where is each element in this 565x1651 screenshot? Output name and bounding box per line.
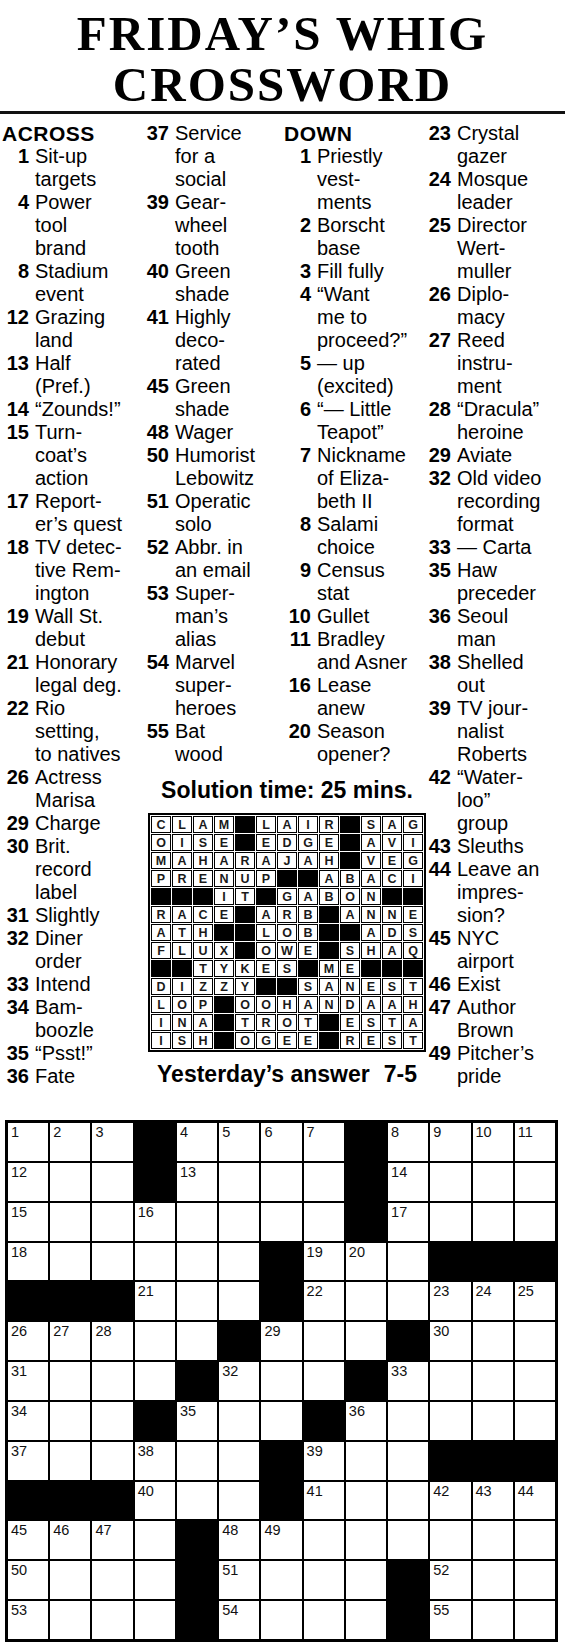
grid-cell[interactable] (345, 1441, 387, 1481)
cell-number: 26 (11, 1324, 27, 1339)
clue: 1Priestly vest- ments (284, 145, 424, 214)
clue-text: Diplo- macy (457, 283, 509, 329)
grid-cell[interactable] (134, 1600, 176, 1640)
grid-cell[interactable] (91, 1560, 133, 1600)
grid-cell[interactable] (49, 1242, 91, 1282)
clue-text: — Carta (457, 536, 531, 559)
grid-cell[interactable] (260, 1600, 302, 1640)
solution-letter-cell: E (298, 1032, 318, 1049)
grid-cell[interactable] (303, 1162, 345, 1202)
solution-letter-cell: I (403, 870, 423, 887)
grid-cell[interactable] (472, 1560, 514, 1600)
clue-number: 31 (2, 904, 35, 927)
cell-number: 30 (433, 1324, 449, 1339)
grid-cell[interactable] (472, 1321, 514, 1361)
grid-cell[interactable] (176, 1202, 218, 1242)
clue-text: Operatic solo (175, 490, 251, 536)
grid-cell[interactable] (303, 1361, 345, 1401)
grid-cell[interactable] (472, 1361, 514, 1401)
solution-letter-cell: Y (235, 978, 255, 995)
solution-letter-cell: O (340, 888, 360, 905)
grid-cell[interactable]: 17 (387, 1202, 429, 1242)
grid-cell[interactable]: 35 (176, 1401, 218, 1441)
solution-letter-cell: I (172, 834, 192, 851)
grid-cell[interactable] (514, 1560, 556, 1600)
cell-number: 55 (433, 1603, 449, 1618)
clue-text: “Dracula” heroine (457, 398, 539, 444)
page-title: FRIDAY’S WHIG CROSSWORD (0, 0, 565, 110)
grid-cell[interactable] (472, 1401, 514, 1441)
cell-number: 48 (222, 1523, 238, 1538)
grid-cell[interactable] (472, 1202, 514, 1242)
grid-cell[interactable]: 32 (218, 1361, 260, 1401)
grid-cell[interactable] (387, 1281, 429, 1321)
grid-cell[interactable] (218, 1162, 260, 1202)
grid-cell[interactable]: 14 (387, 1162, 429, 1202)
grid-cell[interactable]: 44 (514, 1481, 556, 1521)
grid-black-cell (387, 1560, 429, 1600)
grid-cell[interactable]: 11 (514, 1122, 556, 1162)
solution-letter-cell: E (214, 834, 234, 851)
clue: 28“Dracula” heroine (424, 398, 565, 444)
solution-letter-cell: O (256, 942, 276, 959)
cell-number: 37 (11, 1444, 27, 1459)
clue-text: Season opener? (317, 720, 390, 766)
clue: 13Half (Pref.) (2, 352, 140, 398)
solution-letter-cell: A (193, 1014, 213, 1031)
grid-cell[interactable] (134, 1560, 176, 1600)
cell-number: 10 (476, 1125, 492, 1140)
clue-text: Power tool brand (35, 191, 92, 260)
grid-cell[interactable] (429, 1520, 471, 1560)
solution-letter-cell: N (361, 888, 381, 905)
grid-cell[interactable] (387, 1520, 429, 1560)
solution-letter-cell: H (403, 996, 423, 1013)
grid-cell[interactable]: 8 (387, 1122, 429, 1162)
grid-cell[interactable]: 9 (429, 1122, 471, 1162)
grid-cell[interactable] (387, 1441, 429, 1481)
grid-cell[interactable] (134, 1520, 176, 1560)
solution-letter-cell: I (403, 834, 423, 851)
solution-letter-cell: V (382, 834, 402, 851)
grid-black-cell (472, 1242, 514, 1282)
clue-number: 39 (142, 191, 175, 214)
solution-black-cell (235, 816, 255, 833)
cell-number: 11 (518, 1125, 533, 1140)
clue-number: 9 (284, 559, 317, 582)
grid-cell[interactable] (514, 1401, 556, 1441)
cell-number: 16 (138, 1205, 154, 1220)
grid-cell[interactable] (134, 1321, 176, 1361)
grid-cell[interactable] (345, 1520, 387, 1560)
solution-letter-cell: I (151, 1032, 171, 1049)
grid-cell[interactable] (303, 1560, 345, 1600)
grid-cell[interactable] (472, 1162, 514, 1202)
grid-cell[interactable] (49, 1441, 91, 1481)
grid-cell[interactable]: 37 (7, 1441, 49, 1481)
grid-cell[interactable]: 25 (514, 1281, 556, 1321)
clue-text: Reed instru- ment (457, 329, 513, 398)
clue-column-across-2: 37Service for a social39Gear- wheel toot… (142, 122, 280, 766)
grid-cell[interactable]: 48 (218, 1520, 260, 1560)
clue: 4Power tool brand (2, 191, 140, 260)
grid-cell[interactable] (49, 1202, 91, 1242)
cell-number: 46 (53, 1523, 69, 1538)
solution-letter-cell: A (214, 852, 234, 869)
grid-cell[interactable] (345, 1281, 387, 1321)
cell-number: 4 (180, 1125, 188, 1140)
clue-number: 11 (284, 628, 317, 651)
grid-cell[interactable]: 28 (91, 1321, 133, 1361)
solution-letter-cell: B (298, 924, 318, 941)
grid-cell[interactable] (91, 1242, 133, 1282)
solution-letter-cell: E (214, 906, 234, 923)
clue: 39Gear- wheel tooth (142, 191, 280, 260)
grid-cell[interactable]: 47 (91, 1520, 133, 1560)
grid-cell[interactable]: 53 (7, 1600, 49, 1640)
grid-cell[interactable]: 54 (218, 1600, 260, 1640)
grid-cell[interactable] (303, 1321, 345, 1361)
solution-black-cell (256, 978, 276, 995)
grid-cell[interactable] (176, 1481, 218, 1521)
clue: 1Sit-up targets (2, 145, 140, 191)
grid-black-cell (134, 1162, 176, 1202)
grid-cell[interactable] (134, 1242, 176, 1282)
clue-number: 12 (2, 306, 35, 329)
solution-black-cell (277, 978, 297, 995)
cell-number: 39 (307, 1444, 323, 1459)
grid-cell[interactable] (260, 1361, 302, 1401)
solution-letter-cell: D (340, 996, 360, 1013)
grid-cell[interactable]: 26 (7, 1321, 49, 1361)
solution-black-cell (214, 1032, 234, 1049)
grid-cell[interactable]: 6 (260, 1122, 302, 1162)
grid-cell[interactable]: 41 (303, 1481, 345, 1521)
clue-number: 26 (424, 283, 457, 306)
grid-cell[interactable] (91, 1600, 133, 1640)
clue-text: “Want me to proceed?” (317, 283, 407, 352)
clue-column-across-1: ACROSS1Sit-up targets4Power tool brand8S… (2, 122, 140, 1088)
solution-letter-cell: B (319, 888, 339, 905)
grid-cell[interactable] (49, 1162, 91, 1202)
cell-number: 53 (11, 1603, 27, 1618)
clue-number: 10 (284, 605, 317, 628)
clue: 6“— Little Teapot” (284, 398, 424, 444)
clue-number: 50 (142, 444, 175, 467)
clue: 41Highly deco- rated (142, 306, 280, 375)
cell-number: 43 (476, 1484, 492, 1499)
grid-cell[interactable]: 21 (134, 1281, 176, 1321)
grid-cell[interactable] (387, 1242, 429, 1282)
grid-cell[interactable]: 16 (134, 1202, 176, 1242)
solution-letter-cell: H (193, 852, 213, 869)
clue: 19Wall St. debut (2, 605, 140, 651)
clue: 53Super- man’s alias (142, 582, 280, 651)
clue-text: Diner order (35, 927, 83, 973)
solution-letter-cell: M (319, 960, 339, 977)
solution-letter-cell: P (151, 870, 171, 887)
solution-black-cell (151, 960, 171, 977)
grid-cell[interactable] (429, 1202, 471, 1242)
solution-black-cell (235, 906, 255, 923)
grid-cell[interactable] (218, 1242, 260, 1282)
solution-letter-cell: I (151, 1014, 171, 1031)
clue-text: “Zounds!” (35, 398, 121, 421)
solution-letter-cell: L (172, 942, 192, 959)
solution-letter-cell: L (172, 816, 192, 833)
grid-cell[interactable]: 10 (472, 1122, 514, 1162)
grid-cell[interactable] (49, 1600, 91, 1640)
clue: 39TV jour- nalist Roberts (424, 697, 565, 766)
grid-cell[interactable] (345, 1600, 387, 1640)
clue-column-down-2: 23Crystal gazer24Mosque leader25Director… (424, 122, 565, 1088)
grid-cell[interactable]: 55 (429, 1600, 471, 1640)
solution-black-cell (151, 888, 171, 905)
solution-letter-cell: U (193, 942, 213, 959)
solution-black-cell (403, 960, 423, 977)
grid-cell[interactable]: 46 (49, 1520, 91, 1560)
grid-cell[interactable] (218, 1202, 260, 1242)
grid-cell[interactable] (176, 1281, 218, 1321)
grid-cell[interactable] (387, 1401, 429, 1441)
solution-letter-cell: I (172, 978, 192, 995)
clue-text: Leave an impres- sion? (457, 858, 539, 927)
grid-cell[interactable]: 51 (218, 1560, 260, 1600)
grid-black-cell (260, 1281, 302, 1321)
grid-cell[interactable] (260, 1401, 302, 1441)
grid-cell[interactable] (345, 1481, 387, 1521)
grid-cell[interactable] (472, 1600, 514, 1640)
cell-number: 40 (138, 1484, 154, 1499)
cell-number: 23 (433, 1284, 449, 1299)
solution-letter-cell: O (277, 924, 297, 941)
grid-cell[interactable] (514, 1162, 556, 1202)
yesterday-answer-caption: Yesterday’s answer7-5 (141, 1061, 433, 1088)
grid-cell[interactable]: 5 (218, 1122, 260, 1162)
clue: 20Season opener? (284, 720, 424, 766)
grid-cell[interactable]: 24 (472, 1281, 514, 1321)
clue: 31Slightly (2, 904, 140, 927)
solution-black-cell (235, 942, 255, 959)
cell-number: 31 (11, 1364, 27, 1379)
clue-number: 29 (2, 812, 35, 835)
clue-number: 17 (2, 490, 35, 513)
clue: 18TV detec- tive Rem- ington (2, 536, 140, 605)
cell-number: 28 (95, 1324, 111, 1339)
grid-cell[interactable] (260, 1560, 302, 1600)
solution-black-cell (298, 870, 318, 887)
clue-text: Brit. record label (35, 835, 92, 904)
grid-cell[interactable] (91, 1202, 133, 1242)
grid-cell[interactable]: 20 (345, 1242, 387, 1282)
cell-number: 32 (222, 1364, 238, 1379)
clue: 55Bat wood (142, 720, 280, 766)
cell-number: 22 (307, 1284, 323, 1299)
grid-cell[interactable] (303, 1520, 345, 1560)
solution-letter-cell: W (277, 942, 297, 959)
grid-cell[interactable]: 18 (7, 1242, 49, 1282)
clue-text: Actress Marisa (35, 766, 102, 812)
clue: 35“Psst!” (2, 1042, 140, 1065)
solution-black-cell (340, 924, 360, 941)
grid-cell[interactable] (387, 1481, 429, 1521)
cell-number: 12 (11, 1165, 27, 1180)
clue-text: Rio setting, to natives (35, 697, 121, 766)
solution-letter-cell: R (277, 906, 297, 923)
solution-black-cell (214, 996, 234, 1013)
grid-cell[interactable]: 30 (429, 1321, 471, 1361)
clue-text: “Water- loo” group (457, 766, 523, 835)
clue: 15Turn- coat’s action (2, 421, 140, 490)
grid-cell[interactable]: 33 (387, 1361, 429, 1401)
grid-cell[interactable] (218, 1441, 260, 1481)
grid-cell[interactable] (429, 1361, 471, 1401)
grid-cell[interactable]: 15 (7, 1202, 49, 1242)
grid-cell[interactable]: 39 (303, 1441, 345, 1481)
grid-cell[interactable]: 40 (134, 1481, 176, 1521)
clue: 29Aviate (424, 444, 565, 467)
cell-number: 24 (476, 1284, 492, 1299)
grid-cell[interactable] (345, 1321, 387, 1361)
grid-black-cell (176, 1520, 218, 1560)
grid-cell[interactable] (429, 1162, 471, 1202)
grid-cell[interactable] (514, 1321, 556, 1361)
grid-black-cell (429, 1242, 471, 1282)
clue-number: 3 (284, 260, 317, 283)
grid-cell[interactable] (91, 1361, 133, 1401)
grid-cell[interactable] (514, 1520, 556, 1560)
grid-black-cell (176, 1560, 218, 1600)
clue: 32Diner order (2, 927, 140, 973)
grid-cell[interactable]: 22 (303, 1281, 345, 1321)
grid-cell[interactable]: 12 (7, 1162, 49, 1202)
grid-black-cell (7, 1281, 49, 1321)
cell-number: 20 (349, 1245, 365, 1260)
solution-letter-cell: K (235, 960, 255, 977)
solution-black-cell (172, 888, 192, 905)
grid-cell[interactable] (260, 1162, 302, 1202)
grid-cell[interactable] (49, 1361, 91, 1401)
clue-number: 4 (2, 191, 35, 214)
solution-letter-cell: A (172, 852, 192, 869)
grid-cell[interactable] (176, 1321, 218, 1361)
page-title-line2: CROSSWORD (0, 59, 565, 110)
clue: 45Green shade (142, 375, 280, 421)
grid-cell[interactable]: 1 (7, 1122, 49, 1162)
grid-cell[interactable] (176, 1242, 218, 1282)
grid-cell[interactable]: 38 (134, 1441, 176, 1481)
grid-cell[interactable]: 13 (176, 1162, 218, 1202)
solution-letter-cell: O (235, 996, 255, 1013)
solution-letter-cell: S (340, 942, 360, 959)
clue-text: Nickname of Eliza- beth II (317, 444, 406, 513)
grid-cell[interactable]: 50 (7, 1560, 49, 1600)
grid-cell[interactable]: 23 (429, 1281, 471, 1321)
grid-cell[interactable]: 29 (260, 1321, 302, 1361)
grid-cell[interactable]: 52 (429, 1560, 471, 1600)
solution-letter-cell: G (403, 852, 423, 869)
grid-cell[interactable]: 7 (303, 1122, 345, 1162)
grid-cell[interactable] (134, 1361, 176, 1401)
grid-cell[interactable] (260, 1202, 302, 1242)
solution-letter-cell: I (298, 816, 318, 833)
grid-cell[interactable] (514, 1361, 556, 1401)
grid-cell[interactable] (218, 1281, 260, 1321)
grid-cell[interactable]: 43 (472, 1481, 514, 1521)
grid-cell[interactable]: 19 (303, 1242, 345, 1282)
solution-letter-cell: A (361, 870, 381, 887)
grid-cell[interactable]: 2 (49, 1122, 91, 1162)
grid-cell[interactable] (91, 1162, 133, 1202)
grid-cell[interactable]: 34 (7, 1401, 49, 1441)
grid-cell[interactable] (345, 1560, 387, 1600)
solution-letter-cell: A (298, 888, 318, 905)
solution-letter-cell: Q (403, 942, 423, 959)
grid-cell[interactable]: 31 (7, 1361, 49, 1401)
solution-letter-cell: S (277, 960, 297, 977)
grid-cell[interactable] (218, 1401, 260, 1441)
clue-number: 7 (284, 444, 317, 467)
clue-number: 48 (142, 421, 175, 444)
cell-number: 25 (518, 1284, 534, 1299)
grid-cell[interactable] (49, 1401, 91, 1441)
grid-cell[interactable]: 4 (176, 1122, 218, 1162)
grid-cell[interactable] (176, 1441, 218, 1481)
grid-cell[interactable] (472, 1520, 514, 1560)
grid-cell[interactable]: 36 (345, 1401, 387, 1441)
solution-letter-cell: A (319, 978, 339, 995)
cell-number: 52 (433, 1563, 449, 1578)
grid-cell[interactable] (91, 1401, 133, 1441)
solution-letter-cell: A (277, 816, 297, 833)
cell-number: 9 (433, 1125, 441, 1140)
solution-letter-cell: R (235, 852, 255, 869)
grid-cell[interactable]: 45 (7, 1520, 49, 1560)
grid-cell[interactable]: 42 (429, 1481, 471, 1521)
cell-number: 6 (264, 1125, 272, 1140)
solution-letter-cell: T (403, 978, 423, 995)
clue-text: Green shade (175, 375, 231, 421)
grid-cell[interactable] (303, 1600, 345, 1640)
clue: 3Fill fully (284, 260, 424, 283)
grid-cell[interactable] (514, 1202, 556, 1242)
solution-letter-cell: D (151, 978, 171, 995)
solution-black-cell (256, 888, 276, 905)
clue-number: 19 (2, 605, 35, 628)
grid-cell[interactable] (91, 1441, 133, 1481)
clue-number: 37 (142, 122, 175, 145)
grid-cell[interactable]: 3 (91, 1122, 133, 1162)
grid-cell[interactable]: 27 (49, 1321, 91, 1361)
grid-cell[interactable] (429, 1401, 471, 1441)
grid-cell[interactable] (514, 1600, 556, 1640)
solution-black-cell (340, 834, 360, 851)
grid-black-cell (514, 1242, 556, 1282)
solution-letter-cell: M (151, 852, 171, 869)
grid-cell[interactable] (303, 1202, 345, 1242)
solution-black-cell (382, 888, 402, 905)
solution-black-cell (235, 924, 255, 941)
clue-text: Seoul man (457, 605, 508, 651)
clue-number: 27 (424, 329, 457, 352)
grid-cell[interactable]: 49 (260, 1520, 302, 1560)
clue: 36Seoul man (424, 605, 565, 651)
grid-cell[interactable] (49, 1560, 91, 1600)
solution-letter-cell: H (193, 1032, 213, 1049)
clue-number: 45 (142, 375, 175, 398)
grid-cell[interactable] (218, 1481, 260, 1521)
solution-letter-cell: V (361, 852, 381, 869)
